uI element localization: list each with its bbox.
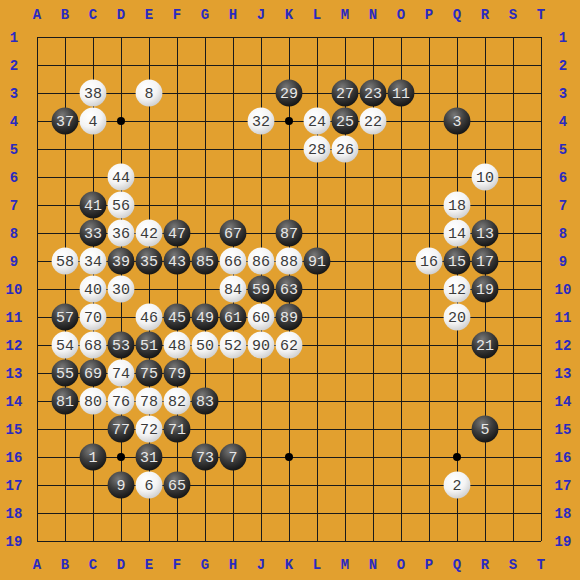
move-number: 74: [112, 366, 130, 383]
move-number: 67: [224, 226, 242, 243]
move-number: 5: [480, 422, 489, 439]
stone-E17[interactable]: 6: [136, 472, 163, 499]
move-number: 54: [56, 338, 74, 355]
stone-E15[interactable]: 72: [136, 416, 163, 443]
move-number: 43: [168, 254, 186, 271]
stone-H12[interactable]: 52: [220, 332, 247, 359]
move-number: 59: [252, 282, 270, 299]
move-number: 88: [280, 254, 298, 271]
move-number: 77: [112, 422, 130, 439]
row-label-left: 13: [6, 366, 23, 382]
stone-G16[interactable]: 73: [192, 444, 219, 471]
move-number: 89: [280, 310, 298, 327]
stone-F9[interactable]: 43: [164, 248, 191, 275]
stone-M3[interactable]: 27: [332, 80, 359, 107]
row-label-left: 18: [6, 506, 23, 522]
row-label-right: 8: [559, 226, 567, 242]
move-number: 53: [112, 338, 130, 355]
stone-C12[interactable]: 68: [80, 332, 107, 359]
stone-B13[interactable]: 55: [52, 360, 79, 387]
stone-R9[interactable]: 17: [472, 248, 499, 275]
stone-J4[interactable]: 32: [248, 108, 275, 135]
move-number: 9: [116, 478, 125, 495]
row-label-left: 5: [10, 142, 18, 158]
stone-K10[interactable]: 63: [276, 276, 303, 303]
board-frame: AABBCCDDEEFFGGHHJJKKLLMMNNOOPPQQRRSSTT11…: [0, 0, 580, 580]
stone-F8[interactable]: 47: [164, 220, 191, 247]
row-label-right: 1: [559, 30, 567, 46]
move-number: 65: [168, 478, 186, 495]
row-label-left: 17: [6, 478, 23, 494]
move-number: 56: [112, 198, 130, 215]
stone-R12[interactable]: 21: [472, 332, 499, 359]
stone-E12[interactable]: 51: [136, 332, 163, 359]
col-label-bottom: C: [89, 557, 98, 573]
row-label-left: 7: [10, 198, 18, 214]
row-label-right: 2: [559, 58, 567, 74]
stone-J9[interactable]: 86: [248, 248, 275, 275]
move-number: 2: [452, 478, 461, 495]
move-number: 91: [308, 254, 326, 271]
move-number: 85: [196, 254, 214, 271]
row-label-right: 13: [555, 366, 572, 382]
move-number: 45: [168, 310, 186, 327]
row-label-right: 4: [559, 114, 567, 130]
move-number: 76: [112, 394, 130, 411]
stone-Q17[interactable]: 2: [444, 472, 471, 499]
stone-F11[interactable]: 45: [164, 304, 191, 331]
col-label-bottom: O: [397, 557, 405, 573]
row-label-left: 12: [6, 338, 23, 354]
star-point-D4: [117, 117, 125, 125]
row-label-right: 19: [555, 534, 572, 550]
move-number: 47: [168, 226, 186, 243]
stone-G9[interactable]: 85: [192, 248, 219, 275]
go-board[interactable]: AABBCCDDEEFFGGHHJJKKLLMMNNOOPPQQRRSSTT11…: [0, 0, 580, 580]
stone-Q11[interactable]: 20: [444, 304, 471, 331]
move-number: 86: [252, 254, 270, 271]
row-label-right: 11: [555, 310, 572, 326]
col-label-top: H: [229, 7, 237, 23]
col-label-top: C: [89, 7, 98, 23]
move-number: 32: [252, 114, 270, 131]
move-number: 57: [56, 310, 74, 327]
move-number: 52: [224, 338, 242, 355]
col-label-top: O: [397, 7, 405, 23]
col-label-top: F: [173, 7, 181, 23]
stone-F17[interactable]: 65: [164, 472, 191, 499]
move-number: 16: [420, 254, 438, 271]
move-number: 38: [84, 86, 102, 103]
row-label-left: 6: [10, 170, 18, 186]
move-number: 24: [308, 114, 326, 131]
stone-K11[interactable]: 89: [276, 304, 303, 331]
move-number: 21: [476, 338, 494, 355]
row-label-left: 3: [10, 86, 18, 102]
move-number: 31: [140, 450, 158, 467]
star-point-K4: [285, 117, 293, 125]
star-point-D16: [117, 453, 125, 461]
col-label-top: Q: [453, 7, 461, 23]
stone-M4[interactable]: 25: [332, 108, 359, 135]
move-number: 44: [112, 170, 130, 187]
stone-B11[interactable]: 57: [52, 304, 79, 331]
move-number: 87: [280, 226, 298, 243]
move-number: 82: [168, 394, 186, 411]
move-number: 78: [140, 394, 158, 411]
move-number: 46: [140, 310, 158, 327]
move-number: 80: [84, 394, 102, 411]
row-label-right: 9: [559, 254, 567, 270]
stone-F14[interactable]: 82: [164, 388, 191, 415]
stone-F15[interactable]: 71: [164, 416, 191, 443]
row-label-left: 9: [10, 254, 18, 270]
row-label-right: 18: [555, 506, 572, 522]
stone-C11[interactable]: 70: [80, 304, 107, 331]
move-number: 26: [336, 142, 354, 159]
stone-D14[interactable]: 76: [108, 388, 135, 415]
col-label-bottom: S: [509, 557, 517, 573]
stone-C4[interactable]: 4: [80, 108, 107, 135]
stone-C14[interactable]: 80: [80, 388, 107, 415]
row-label-right: 16: [555, 450, 572, 466]
stone-C9[interactable]: 34: [80, 248, 107, 275]
col-label-bottom: K: [285, 557, 294, 573]
stone-E13[interactable]: 75: [136, 360, 163, 387]
stone-Q7[interactable]: 18: [444, 192, 471, 219]
stone-E9[interactable]: 35: [136, 248, 163, 275]
move-number: 68: [84, 338, 102, 355]
row-label-left: 10: [6, 282, 23, 298]
row-label-left: 8: [10, 226, 18, 242]
move-number: 69: [84, 366, 102, 383]
move-number: 71: [168, 422, 186, 439]
move-number: 81: [56, 394, 74, 411]
col-label-top: A: [33, 7, 42, 23]
col-label-top: L: [313, 7, 321, 23]
move-number: 73: [196, 450, 214, 467]
move-number: 70: [84, 310, 102, 327]
stone-D10[interactable]: 30: [108, 276, 135, 303]
move-number: 17: [476, 254, 494, 271]
move-number: 27: [336, 86, 354, 103]
stone-Q8[interactable]: 14: [444, 220, 471, 247]
col-label-top: P: [425, 7, 433, 23]
stone-C10[interactable]: 40: [80, 276, 107, 303]
stone-D12[interactable]: 53: [108, 332, 135, 359]
stone-H10[interactable]: 84: [220, 276, 247, 303]
move-number: 29: [280, 86, 298, 103]
stone-C7[interactable]: 41: [80, 192, 107, 219]
move-number: 41: [84, 198, 102, 215]
move-number: 72: [140, 422, 158, 439]
move-number: 12: [448, 282, 466, 299]
move-number: 50: [196, 338, 214, 355]
star-point-Q16: [453, 453, 461, 461]
move-number: 20: [448, 310, 466, 327]
stone-G14[interactable]: 83: [192, 388, 219, 415]
col-label-top: S: [509, 7, 517, 23]
col-label-bottom: H: [229, 557, 237, 573]
stone-D7[interactable]: 56: [108, 192, 135, 219]
move-number: 83: [196, 394, 214, 411]
stone-L5[interactable]: 28: [304, 136, 331, 163]
move-number: 39: [112, 254, 130, 271]
stone-K9[interactable]: 88: [276, 248, 303, 275]
row-label-right: 5: [559, 142, 567, 158]
col-label-bottom: F: [173, 557, 181, 573]
move-number: 66: [224, 254, 242, 271]
row-label-right: 7: [559, 198, 567, 214]
col-label-bottom: M: [341, 557, 349, 573]
stone-L9[interactable]: 91: [304, 248, 331, 275]
stone-B9[interactable]: 58: [52, 248, 79, 275]
move-number: 60: [252, 310, 270, 327]
row-label-left: 16: [6, 450, 23, 466]
stone-D17[interactable]: 9: [108, 472, 135, 499]
stone-Q10[interactable]: 12: [444, 276, 471, 303]
col-label-top: N: [369, 7, 377, 23]
col-label-bottom: N: [369, 557, 377, 573]
stone-B4[interactable]: 37: [52, 108, 79, 135]
stone-Q4[interactable]: 3: [444, 108, 471, 135]
move-number: 61: [224, 310, 242, 327]
stone-J12[interactable]: 90: [248, 332, 275, 359]
row-label-left: 14: [6, 394, 23, 410]
move-number: 42: [140, 226, 158, 243]
row-label-left: 2: [10, 58, 18, 74]
row-label-right: 6: [559, 170, 567, 186]
row-label-left: 19: [6, 534, 23, 550]
stone-F13[interactable]: 79: [164, 360, 191, 387]
col-label-bottom: D: [117, 557, 125, 573]
move-number: 8: [144, 86, 153, 103]
row-label-left: 1: [10, 30, 18, 46]
row-label-right: 15: [555, 422, 572, 438]
col-label-top: G: [201, 7, 209, 23]
stone-B12[interactable]: 54: [52, 332, 79, 359]
move-number: 25: [336, 114, 354, 131]
stone-B14[interactable]: 81: [52, 388, 79, 415]
move-number: 36: [112, 226, 130, 243]
move-number: 4: [88, 114, 97, 131]
stone-G11[interactable]: 49: [192, 304, 219, 331]
move-number: 79: [168, 366, 186, 383]
col-label-bottom: E: [145, 557, 153, 573]
stone-D15[interactable]: 77: [108, 416, 135, 443]
move-number: 40: [84, 282, 102, 299]
col-label-top: E: [145, 7, 153, 23]
stone-D9[interactable]: 39: [108, 248, 135, 275]
stone-P9[interactable]: 16: [416, 248, 443, 275]
row-label-right: 10: [555, 282, 572, 298]
move-number: 33: [84, 226, 102, 243]
stone-E11[interactable]: 46: [136, 304, 163, 331]
move-number: 6: [144, 478, 153, 495]
stone-E14[interactable]: 78: [136, 388, 163, 415]
stone-G12[interactable]: 50: [192, 332, 219, 359]
move-number: 28: [308, 142, 326, 159]
stone-M5[interactable]: 26: [332, 136, 359, 163]
col-label-top: T: [537, 7, 545, 23]
move-number: 19: [476, 282, 494, 299]
move-number: 62: [280, 338, 298, 355]
stone-F12[interactable]: 48: [164, 332, 191, 359]
move-number: 14: [448, 226, 466, 243]
move-number: 22: [364, 114, 382, 131]
stone-C13[interactable]: 69: [80, 360, 107, 387]
move-number: 3: [452, 114, 461, 131]
star-point-K16: [285, 453, 293, 461]
stone-H9[interactable]: 66: [220, 248, 247, 275]
move-number: 18: [448, 198, 466, 215]
stone-C3[interactable]: 38: [80, 80, 107, 107]
col-label-bottom: B: [61, 557, 70, 573]
col-label-bottom: J: [257, 557, 265, 573]
col-label-top: M: [341, 7, 349, 23]
stone-E3[interactable]: 8: [136, 80, 163, 107]
stone-Q9[interactable]: 15: [444, 248, 471, 275]
move-number: 10: [476, 170, 494, 187]
move-number: 15: [448, 254, 466, 271]
move-number: 48: [168, 338, 186, 355]
stone-R10[interactable]: 19: [472, 276, 499, 303]
move-number: 55: [56, 366, 74, 383]
move-number: 35: [140, 254, 158, 271]
move-number: 37: [56, 114, 74, 131]
stone-R6[interactable]: 10: [472, 164, 499, 191]
move-number: 7: [228, 450, 237, 467]
stone-J10[interactable]: 59: [248, 276, 275, 303]
col-label-bottom: Q: [453, 557, 461, 573]
row-label-right: 14: [555, 394, 572, 410]
row-label-left: 11: [6, 310, 23, 326]
stone-N3[interactable]: 23: [360, 80, 387, 107]
move-number: 51: [140, 338, 158, 355]
stone-H16[interactable]: 7: [220, 444, 247, 471]
move-number: 84: [224, 282, 242, 299]
move-number: 34: [84, 254, 102, 271]
move-number: 23: [364, 86, 382, 103]
stone-L4[interactable]: 24: [304, 108, 331, 135]
move-number: 11: [392, 86, 410, 103]
col-label-bottom: T: [537, 557, 545, 573]
col-label-top: J: [257, 7, 265, 23]
stone-J11[interactable]: 60: [248, 304, 275, 331]
move-number: 1: [88, 450, 97, 467]
col-label-top: R: [481, 7, 490, 23]
col-label-top: B: [61, 7, 70, 23]
col-label-top: D: [117, 7, 125, 23]
stone-D6[interactable]: 44: [108, 164, 135, 191]
stone-D13[interactable]: 74: [108, 360, 135, 387]
stone-H11[interactable]: 61: [220, 304, 247, 331]
move-number: 49: [196, 310, 214, 327]
stone-O3[interactable]: 11: [388, 80, 415, 107]
col-label-bottom: A: [33, 557, 42, 573]
row-label-right: 3: [559, 86, 567, 102]
move-number: 13: [476, 226, 494, 243]
move-number: 90: [252, 338, 270, 355]
stone-E8[interactable]: 42: [136, 220, 163, 247]
stone-R15[interactable]: 5: [472, 416, 499, 443]
col-label-bottom: P: [425, 557, 433, 573]
stone-C8[interactable]: 33: [80, 220, 107, 247]
move-number: 30: [112, 282, 130, 299]
stone-K8[interactable]: 87: [276, 220, 303, 247]
move-number: 63: [280, 282, 298, 299]
row-label-left: 4: [10, 114, 18, 130]
col-label-bottom: G: [201, 557, 209, 573]
col-label-bottom: L: [313, 557, 321, 573]
col-label-top: K: [285, 7, 294, 23]
stone-C16[interactable]: 1: [80, 444, 107, 471]
stone-K3[interactable]: 29: [276, 80, 303, 107]
stone-K12[interactable]: 62: [276, 332, 303, 359]
row-label-right: 12: [555, 338, 572, 354]
stone-N4[interactable]: 22: [360, 108, 387, 135]
row-label-left: 15: [6, 422, 23, 438]
stone-H8[interactable]: 67: [220, 220, 247, 247]
stone-D8[interactable]: 36: [108, 220, 135, 247]
move-number: 75: [140, 366, 158, 383]
col-label-bottom: R: [481, 557, 490, 573]
stone-R8[interactable]: 13: [472, 220, 499, 247]
stone-E16[interactable]: 31: [136, 444, 163, 471]
row-label-right: 17: [555, 478, 572, 494]
move-number: 58: [56, 254, 74, 271]
